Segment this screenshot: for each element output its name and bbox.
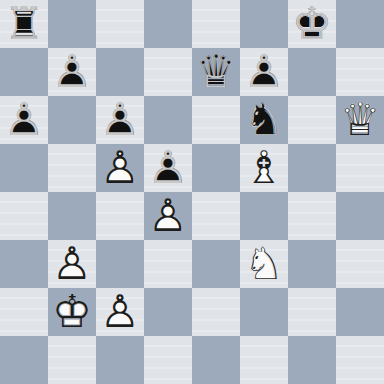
- square-f6[interactable]: ♞♘: [240, 96, 288, 144]
- white-pawn[interactable]: ♟♙: [96, 288, 144, 336]
- black-king[interactable]: ♚♔: [288, 0, 336, 48]
- square-e1[interactable]: [192, 336, 240, 384]
- square-d5[interactable]: ♟♙: [144, 144, 192, 192]
- black-queen-glyph-outline: ♕: [192, 48, 240, 96]
- square-a3[interactable]: [0, 240, 48, 288]
- black-pawn[interactable]: ♟♙: [48, 48, 96, 96]
- black-pawn[interactable]: ♟♙: [96, 96, 144, 144]
- square-a4[interactable]: [0, 192, 48, 240]
- square-d7[interactable]: [144, 48, 192, 96]
- square-b5[interactable]: [48, 144, 96, 192]
- white-pawn[interactable]: ♟♙: [144, 192, 192, 240]
- black-pawn[interactable]: ♟♙: [144, 144, 192, 192]
- black-pawn[interactable]: ♟♙: [240, 48, 288, 96]
- square-g1[interactable]: [288, 336, 336, 384]
- square-c8[interactable]: [96, 0, 144, 48]
- square-c4[interactable]: [96, 192, 144, 240]
- black-pawn[interactable]: ♟♙: [0, 96, 48, 144]
- black-king-glyph-outline: ♔: [288, 0, 336, 48]
- square-d6[interactable]: [144, 96, 192, 144]
- square-f5[interactable]: ♝♗: [240, 144, 288, 192]
- white-pawn[interactable]: ♟♙: [96, 144, 144, 192]
- white-pawn[interactable]: ♟♙: [48, 240, 96, 288]
- square-b7[interactable]: ♟♙: [48, 48, 96, 96]
- square-h6[interactable]: ♛♕: [336, 96, 384, 144]
- square-c1[interactable]: [96, 336, 144, 384]
- square-b4[interactable]: [48, 192, 96, 240]
- black-pawn-glyph-outline: ♙: [0, 96, 48, 144]
- square-g5[interactable]: [288, 144, 336, 192]
- white-pawn-glyph-outline: ♙: [96, 288, 144, 336]
- square-d3[interactable]: [144, 240, 192, 288]
- square-g8[interactable]: ♚♔: [288, 0, 336, 48]
- square-e7[interactable]: ♛♕: [192, 48, 240, 96]
- black-queen[interactable]: ♛♕: [192, 48, 240, 96]
- square-f7[interactable]: ♟♙: [240, 48, 288, 96]
- square-e3[interactable]: [192, 240, 240, 288]
- square-b1[interactable]: [48, 336, 96, 384]
- square-e8[interactable]: [192, 0, 240, 48]
- square-g7[interactable]: [288, 48, 336, 96]
- white-knight-glyph-outline: ♘: [240, 240, 288, 288]
- square-g2[interactable]: [288, 288, 336, 336]
- square-h4[interactable]: [336, 192, 384, 240]
- square-g6[interactable]: [288, 96, 336, 144]
- chess-board: ♜♖♚♔♟♙♛♕♟♙♟♙♟♙♞♘♛♕♟♙♟♙♝♗♟♙♟♙♞♘♚♔♟♙: [0, 0, 384, 384]
- white-pawn-glyph-outline: ♙: [96, 144, 144, 192]
- square-a1[interactable]: [0, 336, 48, 384]
- black-pawn-glyph-outline: ♙: [96, 96, 144, 144]
- square-d2[interactable]: [144, 288, 192, 336]
- square-f4[interactable]: [240, 192, 288, 240]
- square-a5[interactable]: [0, 144, 48, 192]
- square-d8[interactable]: [144, 0, 192, 48]
- square-h8[interactable]: [336, 0, 384, 48]
- square-b3[interactable]: ♟♙: [48, 240, 96, 288]
- square-c7[interactable]: [96, 48, 144, 96]
- square-f1[interactable]: [240, 336, 288, 384]
- square-g4[interactable]: [288, 192, 336, 240]
- white-pawn-glyph-outline: ♙: [48, 240, 96, 288]
- square-b6[interactable]: [48, 96, 96, 144]
- square-e2[interactable]: [192, 288, 240, 336]
- square-f8[interactable]: [240, 0, 288, 48]
- white-pawn-glyph-outline: ♙: [144, 192, 192, 240]
- square-h5[interactable]: [336, 144, 384, 192]
- white-king[interactable]: ♚♔: [48, 288, 96, 336]
- black-pawn-glyph-outline: ♙: [48, 48, 96, 96]
- square-e6[interactable]: [192, 96, 240, 144]
- square-d1[interactable]: [144, 336, 192, 384]
- square-b8[interactable]: [48, 0, 96, 48]
- white-king-glyph-outline: ♔: [48, 288, 96, 336]
- black-pawn-glyph-outline: ♙: [240, 48, 288, 96]
- white-knight[interactable]: ♞♘: [240, 240, 288, 288]
- square-e4[interactable]: [192, 192, 240, 240]
- black-rook[interactable]: ♜♖: [0, 0, 48, 48]
- square-a6[interactable]: ♟♙: [0, 96, 48, 144]
- square-c3[interactable]: [96, 240, 144, 288]
- black-knight[interactable]: ♞♘: [240, 96, 288, 144]
- square-c6[interactable]: ♟♙: [96, 96, 144, 144]
- square-b2[interactable]: ♚♔: [48, 288, 96, 336]
- white-queen-glyph-outline: ♕: [336, 96, 384, 144]
- white-bishop-glyph-outline: ♗: [240, 144, 288, 192]
- square-c5[interactable]: ♟♙: [96, 144, 144, 192]
- black-knight-glyph-outline: ♘: [240, 96, 288, 144]
- white-bishop[interactable]: ♝♗: [240, 144, 288, 192]
- square-a2[interactable]: [0, 288, 48, 336]
- square-f2[interactable]: [240, 288, 288, 336]
- square-h3[interactable]: [336, 240, 384, 288]
- black-pawn-glyph-outline: ♙: [144, 144, 192, 192]
- square-d4[interactable]: ♟♙: [144, 192, 192, 240]
- black-rook-glyph-outline: ♖: [0, 0, 48, 48]
- square-e5[interactable]: [192, 144, 240, 192]
- white-queen[interactable]: ♛♕: [336, 96, 384, 144]
- square-a7[interactable]: [0, 48, 48, 96]
- square-h1[interactable]: [336, 336, 384, 384]
- square-h7[interactable]: [336, 48, 384, 96]
- square-a8[interactable]: ♜♖: [0, 0, 48, 48]
- square-f3[interactable]: ♞♘: [240, 240, 288, 288]
- square-g3[interactable]: [288, 240, 336, 288]
- square-h2[interactable]: [336, 288, 384, 336]
- square-c2[interactable]: ♟♙: [96, 288, 144, 336]
